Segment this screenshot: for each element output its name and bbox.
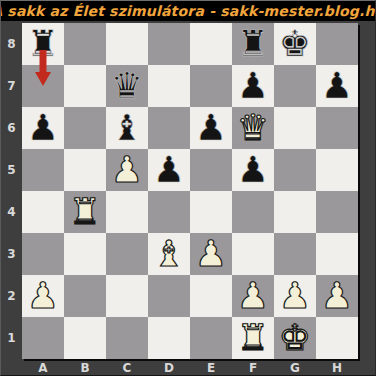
black-queen: ♛ [111, 68, 143, 104]
square-b7[interactable] [64, 65, 106, 107]
white-bishop: ♝ [153, 236, 185, 272]
square-d3[interactable]: ♝ [148, 233, 190, 275]
square-a8[interactable]: ♜ [22, 23, 64, 65]
square-e5[interactable] [190, 149, 232, 191]
square-b3[interactable] [64, 233, 106, 275]
black-rook: ♜ [237, 26, 269, 62]
file-label-b: B [64, 359, 106, 376]
square-g6[interactable] [274, 107, 316, 149]
square-c1[interactable] [106, 317, 148, 359]
black-bishop: ♝ [111, 110, 143, 146]
square-c6[interactable]: ♝ [106, 107, 148, 149]
black-pawn: ♟ [237, 152, 269, 188]
rank-label-4: 4 [1, 191, 22, 233]
white-pawn: ♟ [321, 278, 353, 314]
square-e8[interactable] [190, 23, 232, 65]
rank-label-3: 3 [1, 233, 22, 275]
black-pawn: ♟ [321, 68, 353, 104]
file-label-c: C [106, 359, 148, 376]
square-a6[interactable]: ♟ [22, 107, 64, 149]
square-d7[interactable] [148, 65, 190, 107]
square-b8[interactable] [64, 23, 106, 65]
file-label-f: F [232, 359, 274, 376]
square-d8[interactable] [148, 23, 190, 65]
title-bar: A sakk az Élet szimulátora - sakk-mester… [1, 1, 375, 21]
file-label-e: E [190, 359, 232, 376]
square-h3[interactable] [316, 233, 358, 275]
square-a4[interactable] [22, 191, 64, 233]
square-g7[interactable] [274, 65, 316, 107]
square-b1[interactable] [64, 317, 106, 359]
square-d5[interactable]: ♟ [148, 149, 190, 191]
file-labels: ABCDEFGH [22, 359, 358, 376]
square-e7[interactable] [190, 65, 232, 107]
white-rook: ♜ [237, 320, 269, 356]
file-label-g: G [274, 359, 316, 376]
white-pawn: ♟ [27, 278, 59, 314]
square-f8[interactable]: ♜ [232, 23, 274, 65]
file-label-d: D [148, 359, 190, 376]
rank-label-6: 6 [1, 107, 22, 149]
square-e2[interactable] [190, 275, 232, 317]
square-c7[interactable]: ♛ [106, 65, 148, 107]
white-rook: ♜ [69, 194, 101, 230]
black-pawn: ♟ [195, 110, 227, 146]
square-d6[interactable] [148, 107, 190, 149]
square-a7[interactable] [22, 65, 64, 107]
square-d2[interactable] [148, 275, 190, 317]
square-c5[interactable]: ♟ [106, 149, 148, 191]
page-title: A sakk az Élet szimulátora - sakk-mester… [0, 3, 376, 19]
square-h1[interactable] [316, 317, 358, 359]
white-pawn: ♟ [237, 278, 269, 314]
square-f1[interactable]: ♜ [232, 317, 274, 359]
square-h6[interactable] [316, 107, 358, 149]
square-h5[interactable] [316, 149, 358, 191]
black-pawn: ♟ [27, 110, 59, 146]
square-e4[interactable] [190, 191, 232, 233]
square-g4[interactable] [274, 191, 316, 233]
white-pawn: ♟ [279, 278, 311, 314]
square-a1[interactable] [22, 317, 64, 359]
square-h4[interactable] [316, 191, 358, 233]
white-queen: ♛ [237, 110, 269, 146]
square-d4[interactable] [148, 191, 190, 233]
square-b6[interactable] [64, 107, 106, 149]
square-f5[interactable]: ♟ [232, 149, 274, 191]
square-f7[interactable]: ♟ [232, 65, 274, 107]
rank-label-8: 8 [1, 23, 22, 65]
chess-board: ♜♜♚♛♟♟♟♝♟♛♟♟♟♜♝♟♟♟♟♟♜♚ [22, 23, 358, 359]
rank-label-1: 1 [1, 317, 22, 359]
square-g3[interactable] [274, 233, 316, 275]
square-e1[interactable] [190, 317, 232, 359]
black-king: ♚ [279, 26, 311, 62]
black-pawn: ♟ [237, 68, 269, 104]
black-pawn: ♟ [153, 152, 185, 188]
file-label-a: A [22, 359, 64, 376]
square-f6[interactable]: ♛ [232, 107, 274, 149]
square-d1[interactable] [148, 317, 190, 359]
square-h8[interactable] [316, 23, 358, 65]
square-e3[interactable]: ♟ [190, 233, 232, 275]
square-g2[interactable]: ♟ [274, 275, 316, 317]
rank-label-2: 2 [1, 275, 22, 317]
square-e6[interactable]: ♟ [190, 107, 232, 149]
square-b4[interactable]: ♜ [64, 191, 106, 233]
square-g5[interactable] [274, 149, 316, 191]
chess-diagram-window: A sakk az Élet szimulátora - sakk-mester… [0, 0, 376, 376]
square-g1[interactable]: ♚ [274, 317, 316, 359]
square-c8[interactable] [106, 23, 148, 65]
white-king: ♚ [279, 320, 311, 356]
square-b5[interactable] [64, 149, 106, 191]
square-b2[interactable] [64, 275, 106, 317]
square-a5[interactable] [22, 149, 64, 191]
square-f3[interactable] [232, 233, 274, 275]
square-h7[interactable]: ♟ [316, 65, 358, 107]
square-g8[interactable]: ♚ [274, 23, 316, 65]
square-f2[interactable]: ♟ [232, 275, 274, 317]
black-rook: ♜ [27, 26, 59, 62]
rank-labels: 87654321 [1, 23, 22, 359]
file-label-h: H [316, 359, 358, 376]
square-c2[interactable] [106, 275, 148, 317]
square-f4[interactable] [232, 191, 274, 233]
square-c3[interactable] [106, 233, 148, 275]
rank-label-7: 7 [1, 65, 22, 107]
white-pawn: ♟ [111, 152, 143, 188]
square-a2[interactable]: ♟ [22, 275, 64, 317]
square-c4[interactable] [106, 191, 148, 233]
square-a3[interactable] [22, 233, 64, 275]
rank-label-5: 5 [1, 149, 22, 191]
white-pawn: ♟ [195, 236, 227, 272]
square-h2[interactable]: ♟ [316, 275, 358, 317]
